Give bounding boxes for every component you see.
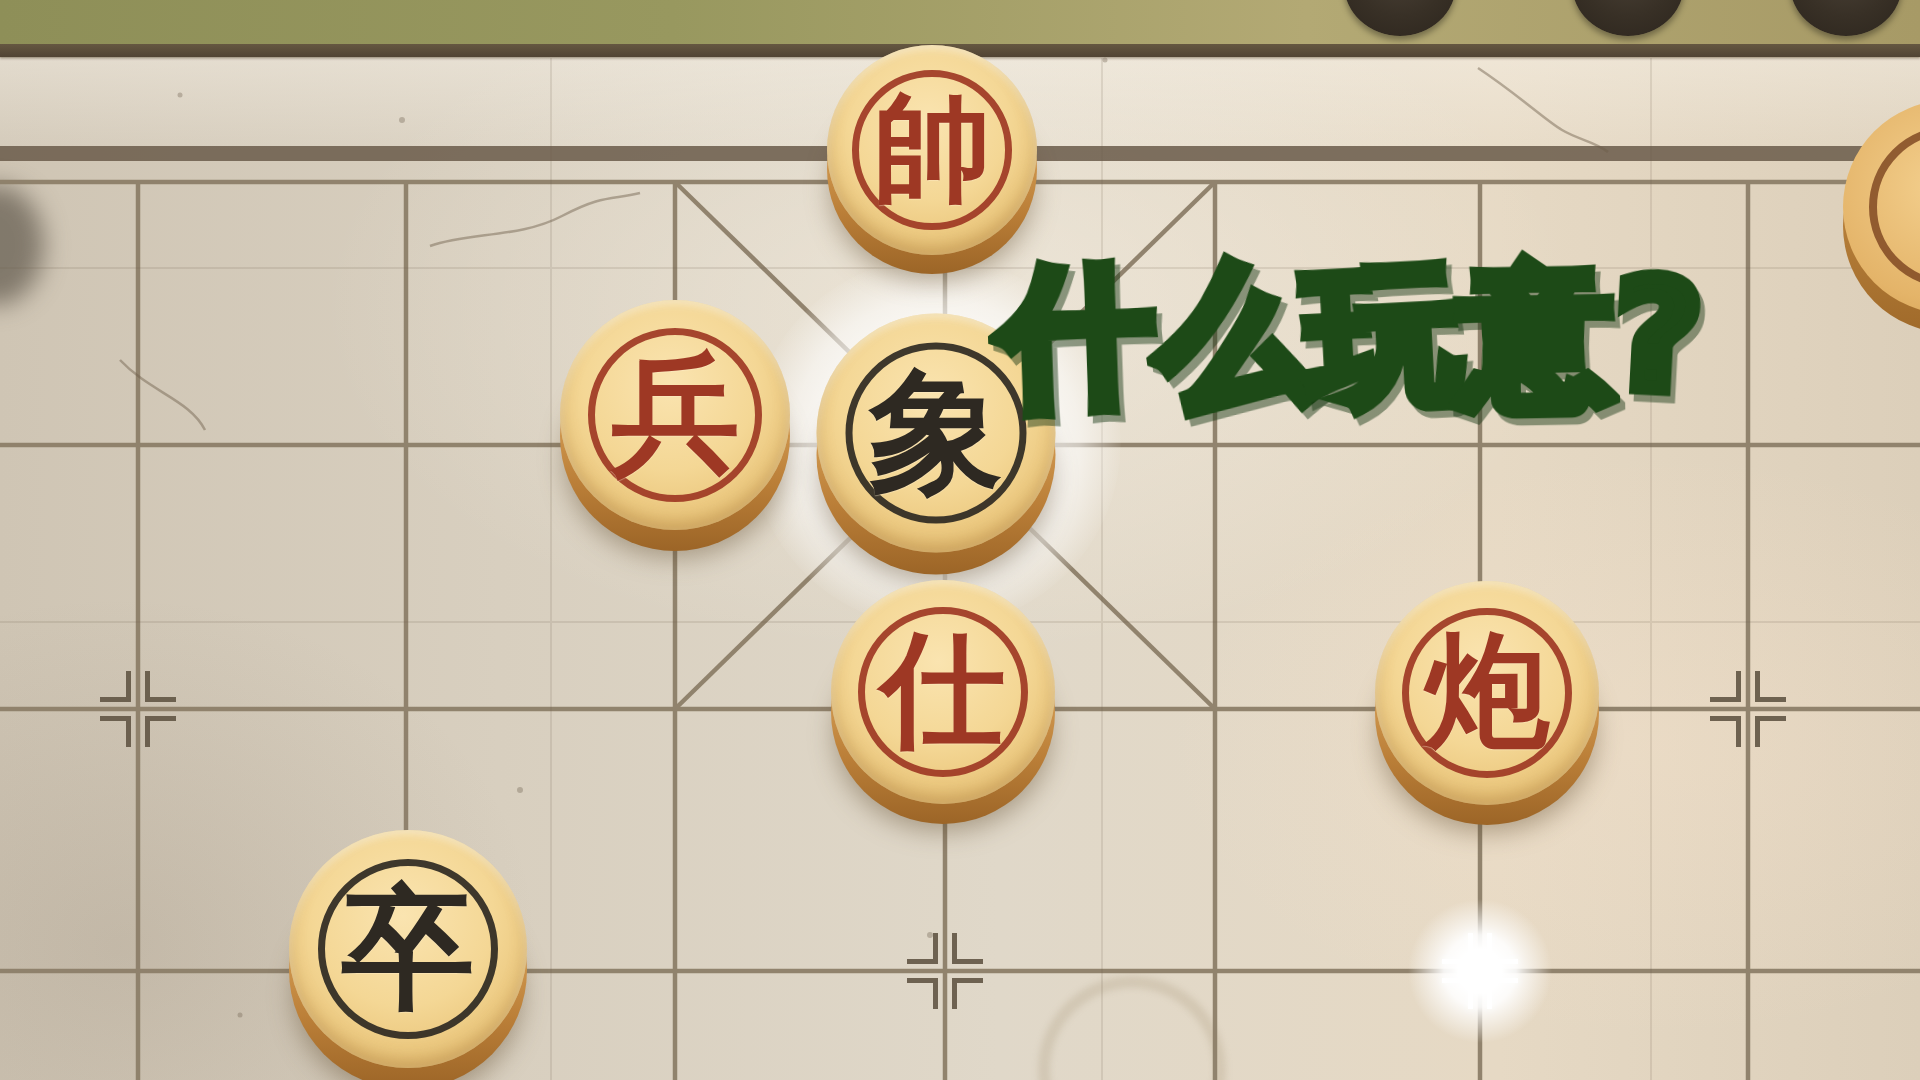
point-marker-g3[interactable] [1442, 933, 1518, 1009]
piece-character: 帥 [827, 45, 1037, 255]
piece-red-cannon[interactable]: 炮 [1375, 581, 1599, 805]
piece-character: 兵 [560, 300, 790, 530]
xiangqi-screenshot: 帥 兵 象 仕 炮 卒 [0, 0, 1920, 1080]
caption-char: 什 [999, 249, 1155, 422]
caption-text: 什么玩意? [1002, 252, 1704, 420]
piece-red-general[interactable]: 帥 [827, 45, 1037, 255]
piece-ring [1869, 126, 1920, 289]
piece-red-soldier[interactable]: 兵 [560, 300, 790, 530]
point-marker-h2[interactable] [1710, 671, 1786, 747]
point-marker-e3[interactable] [907, 933, 983, 1009]
piece-face [1843, 100, 1920, 314]
piece-face: 兵 [560, 300, 790, 530]
caption-char: 意 [1460, 251, 1613, 422]
partial-piece-right-edge[interactable] [1843, 100, 1920, 314]
piece-black-soldier[interactable]: 卒 [289, 830, 527, 1068]
point-marker-b2[interactable] [100, 671, 176, 747]
caption-char: ? [1610, 250, 1706, 422]
caption-char: 玩 [1304, 248, 1463, 424]
caption-char: 么 [1144, 242, 1316, 429]
piece-red-advisor[interactable]: 仕 [831, 580, 1055, 804]
piece-character: 炮 [1375, 581, 1599, 805]
piece-face: 帥 [827, 45, 1037, 255]
piece-character: 仕 [831, 580, 1055, 804]
piece-face: 炮 [1375, 581, 1599, 805]
piece-face: 仕 [831, 580, 1055, 804]
piece-face: 卒 [289, 830, 527, 1068]
piece-character: 卒 [289, 830, 527, 1068]
